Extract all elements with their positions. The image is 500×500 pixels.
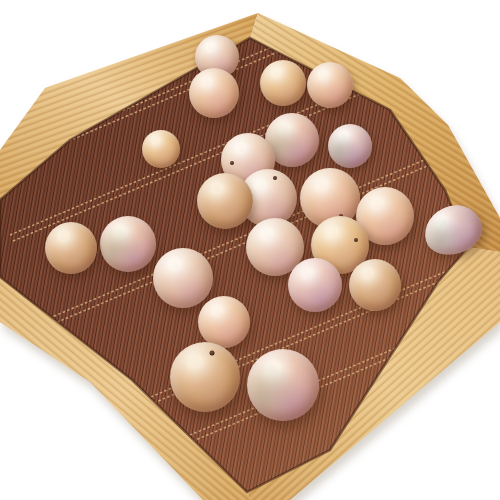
pearl-drill-hole [273,176,277,180]
pearl-drill-hole [210,351,215,356]
pearl [142,130,180,168]
pearl [153,248,213,308]
pearl [260,60,306,106]
pearl-layer [0,0,500,500]
pearl [288,258,342,312]
pearl [45,222,97,274]
pearl-drill-hole [354,238,358,242]
pearl [100,216,156,272]
pearl [170,342,240,412]
pearl [198,296,250,348]
pearl [247,349,319,421]
pearl [307,62,353,108]
pearl [197,173,253,229]
pearl [328,124,372,168]
photo-canvas [0,0,500,500]
pearl [349,259,401,311]
pearl [189,68,239,118]
pearl-drill-hole [230,161,234,165]
pearl [419,199,488,261]
